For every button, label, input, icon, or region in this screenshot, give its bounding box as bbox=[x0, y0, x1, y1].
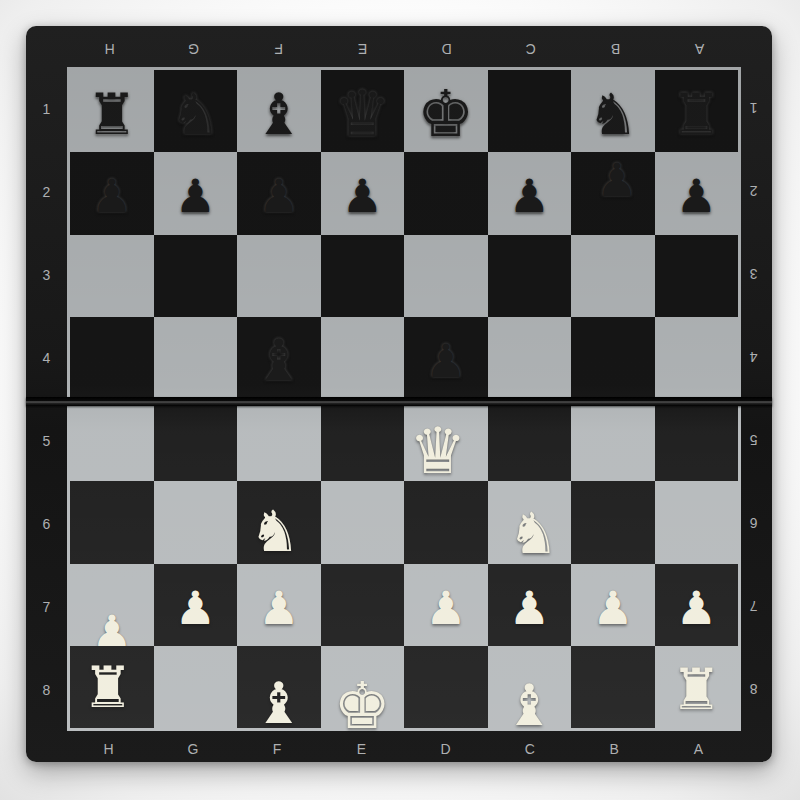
square-f3[interactable] bbox=[237, 235, 321, 317]
square-h7[interactable]: ♟ bbox=[70, 564, 154, 646]
square-a4[interactable] bbox=[655, 317, 739, 399]
black-bishop-f4[interactable]: ♝ bbox=[253, 332, 304, 389]
white-knight-c6[interactable]: ♞ bbox=[508, 505, 559, 562]
file-labels-top: HGFEDCBA bbox=[67, 34, 741, 64]
white-queen-d5[interactable]: ♛ bbox=[409, 419, 466, 483]
file-top-label-e: E bbox=[320, 41, 404, 57]
square-e1[interactable]: ♛ bbox=[321, 70, 405, 152]
square-f8[interactable]: ♝ bbox=[237, 646, 321, 728]
square-a2[interactable]: ♟ bbox=[655, 152, 739, 234]
square-a7[interactable]: ♟ bbox=[655, 564, 739, 646]
black-knight-b1[interactable]: ♞ bbox=[587, 86, 638, 143]
rank-left-label-5: 5 bbox=[32, 399, 62, 482]
black-rook-a1[interactable]: ♜ bbox=[671, 86, 722, 143]
square-g5[interactable] bbox=[154, 399, 238, 481]
square-h6[interactable] bbox=[70, 481, 154, 563]
square-e2[interactable]: ♟ bbox=[321, 152, 405, 234]
file-bottom-label-h: H bbox=[67, 741, 151, 757]
fold-seam bbox=[26, 397, 772, 406]
file-top-label-h: H bbox=[67, 41, 151, 57]
square-d4[interactable]: ♟ bbox=[404, 317, 488, 399]
square-c4[interactable] bbox=[488, 317, 572, 399]
white-pawn-f7[interactable]: ♟ bbox=[258, 585, 299, 631]
rank-left-label-1: 1 bbox=[32, 67, 62, 150]
square-h4[interactable] bbox=[70, 317, 154, 399]
file-top-label-f: F bbox=[236, 41, 320, 57]
white-pawn-a7[interactable]: ♟ bbox=[676, 585, 717, 631]
black-pawn-d4[interactable]: ♟ bbox=[425, 338, 466, 384]
square-b3[interactable] bbox=[571, 235, 655, 317]
file-top-label-a: A bbox=[657, 41, 741, 57]
white-pawn-d7[interactable]: ♟ bbox=[425, 585, 466, 631]
square-g7[interactable]: ♟ bbox=[154, 564, 238, 646]
square-f5[interactable] bbox=[237, 399, 321, 481]
square-c5[interactable] bbox=[488, 399, 572, 481]
rank-right-label-2: 2 bbox=[738, 150, 768, 233]
square-f1[interactable]: ♝ bbox=[237, 70, 321, 152]
file-top-label-g: G bbox=[151, 41, 235, 57]
square-e6[interactable] bbox=[321, 481, 405, 563]
square-f2[interactable]: ♟ bbox=[237, 152, 321, 234]
white-rook-h8[interactable]: ♜ bbox=[82, 659, 133, 716]
black-pawn-h2[interactable]: ♟ bbox=[91, 173, 132, 219]
white-king-e8[interactable]: ♚ bbox=[334, 674, 391, 738]
rank-right-label-7: 7 bbox=[738, 565, 768, 648]
rank-right-label-3: 3 bbox=[738, 233, 768, 316]
rank-right-label-4: 4 bbox=[738, 316, 768, 399]
square-d1[interactable]: ♚ bbox=[404, 70, 488, 152]
white-bishop-c8[interactable]: ♝ bbox=[504, 677, 555, 734]
rank-left-label-4: 4 bbox=[32, 316, 62, 399]
square-a3[interactable] bbox=[655, 235, 739, 317]
square-a5[interactable] bbox=[655, 399, 739, 481]
file-bottom-label-b: B bbox=[573, 741, 657, 757]
black-bishop-f1[interactable]: ♝ bbox=[253, 86, 304, 143]
rank-left-label-7: 7 bbox=[32, 565, 62, 648]
square-d3[interactable] bbox=[404, 235, 488, 317]
square-d8[interactable] bbox=[404, 646, 488, 728]
rank-left-label-6: 6 bbox=[32, 482, 62, 565]
square-d7[interactable]: ♟ bbox=[404, 564, 488, 646]
square-f7[interactable]: ♟ bbox=[237, 564, 321, 646]
square-e8[interactable]: ♚ bbox=[321, 646, 405, 728]
rank-left-label-8: 8 bbox=[32, 648, 62, 731]
square-b6[interactable] bbox=[571, 481, 655, 563]
square-c2[interactable]: ♟ bbox=[488, 152, 572, 234]
square-f6[interactable]: ♞ bbox=[237, 481, 321, 563]
white-rook-a8[interactable]: ♜ bbox=[671, 661, 722, 718]
file-top-label-d: D bbox=[404, 41, 488, 57]
square-h5[interactable] bbox=[70, 399, 154, 481]
square-e3[interactable] bbox=[321, 235, 405, 317]
square-h1[interactable]: ♜ bbox=[70, 70, 154, 152]
black-rook-h1[interactable]: ♜ bbox=[86, 86, 137, 143]
rank-right-label-1: 1 bbox=[738, 67, 768, 150]
black-knight-g1[interactable]: ♞ bbox=[170, 86, 221, 143]
black-pawn-g2[interactable]: ♟ bbox=[175, 173, 216, 219]
square-c1[interactable] bbox=[488, 70, 572, 152]
square-f4[interactable]: ♝ bbox=[237, 317, 321, 399]
white-pawn-g7[interactable]: ♟ bbox=[175, 585, 216, 631]
square-c8[interactable]: ♝ bbox=[488, 646, 572, 728]
file-bottom-label-a: A bbox=[657, 741, 741, 757]
white-knight-f6[interactable]: ♞ bbox=[249, 503, 300, 560]
square-g6[interactable] bbox=[154, 481, 238, 563]
rank-right-label-8: 8 bbox=[738, 648, 768, 731]
file-bottom-label-d: D bbox=[404, 741, 488, 757]
square-b2[interactable]: ♟ bbox=[571, 152, 655, 234]
square-g3[interactable] bbox=[154, 235, 238, 317]
black-queen-e1[interactable]: ♛ bbox=[334, 82, 391, 146]
square-c3[interactable] bbox=[488, 235, 572, 317]
square-e4[interactable] bbox=[321, 317, 405, 399]
square-b5[interactable] bbox=[571, 399, 655, 481]
rank-right-label-5: 5 bbox=[738, 399, 768, 482]
black-pawn-a2[interactable]: ♟ bbox=[676, 173, 717, 219]
square-g2[interactable]: ♟ bbox=[154, 152, 238, 234]
square-b1[interactable]: ♞ bbox=[571, 70, 655, 152]
square-g8[interactable] bbox=[154, 646, 238, 728]
file-top-label-c: C bbox=[488, 41, 572, 57]
square-g4[interactable] bbox=[154, 317, 238, 399]
rank-left-label-3: 3 bbox=[32, 233, 62, 316]
file-top-label-b: B bbox=[573, 41, 657, 57]
square-a1[interactable]: ♜ bbox=[655, 70, 739, 152]
white-bishop-f8[interactable]: ♝ bbox=[253, 675, 304, 732]
black-pawn-e2[interactable]: ♟ bbox=[342, 173, 383, 219]
file-labels-bottom: HGFEDCBA bbox=[67, 734, 741, 764]
rank-right-label-6: 6 bbox=[738, 482, 768, 565]
square-d5[interactable]: ♛ bbox=[404, 399, 488, 481]
square-h3[interactable] bbox=[70, 235, 154, 317]
square-c6[interactable]: ♞ bbox=[488, 481, 572, 563]
file-bottom-label-f: F bbox=[236, 741, 320, 757]
square-a6[interactable] bbox=[655, 481, 739, 563]
file-bottom-label-g: G bbox=[151, 741, 235, 757]
black-king-d1[interactable]: ♚ bbox=[417, 82, 474, 146]
square-g1[interactable]: ♞ bbox=[154, 70, 238, 152]
file-bottom-label-c: C bbox=[488, 741, 572, 757]
square-e5[interactable] bbox=[321, 399, 405, 481]
rank-left-label-2: 2 bbox=[32, 150, 62, 233]
black-pawn-c2[interactable]: ♟ bbox=[509, 173, 550, 219]
white-pawn-c7[interactable]: ♟ bbox=[509, 585, 550, 631]
chess-board: HGFEDCBA 12345678 12345678 HGFEDCBA ♜♞♝♛… bbox=[26, 26, 772, 762]
black-pawn-f2[interactable]: ♟ bbox=[258, 173, 299, 219]
square-d6[interactable] bbox=[404, 481, 488, 563]
square-b7[interactable]: ♟ bbox=[571, 564, 655, 646]
square-a8[interactable]: ♜ bbox=[655, 646, 739, 728]
file-bottom-label-e: E bbox=[320, 741, 404, 757]
square-b8[interactable] bbox=[571, 646, 655, 728]
square-h8[interactable]: ♜ bbox=[70, 646, 154, 728]
black-pawn-b2[interactable]: ♟ bbox=[596, 157, 637, 203]
square-d2[interactable] bbox=[404, 152, 488, 234]
square-c7[interactable]: ♟ bbox=[488, 564, 572, 646]
square-b4[interactable] bbox=[571, 317, 655, 399]
white-pawn-b7[interactable]: ♟ bbox=[592, 585, 633, 631]
square-e7[interactable] bbox=[321, 564, 405, 646]
square-h2[interactable]: ♟ bbox=[70, 152, 154, 234]
